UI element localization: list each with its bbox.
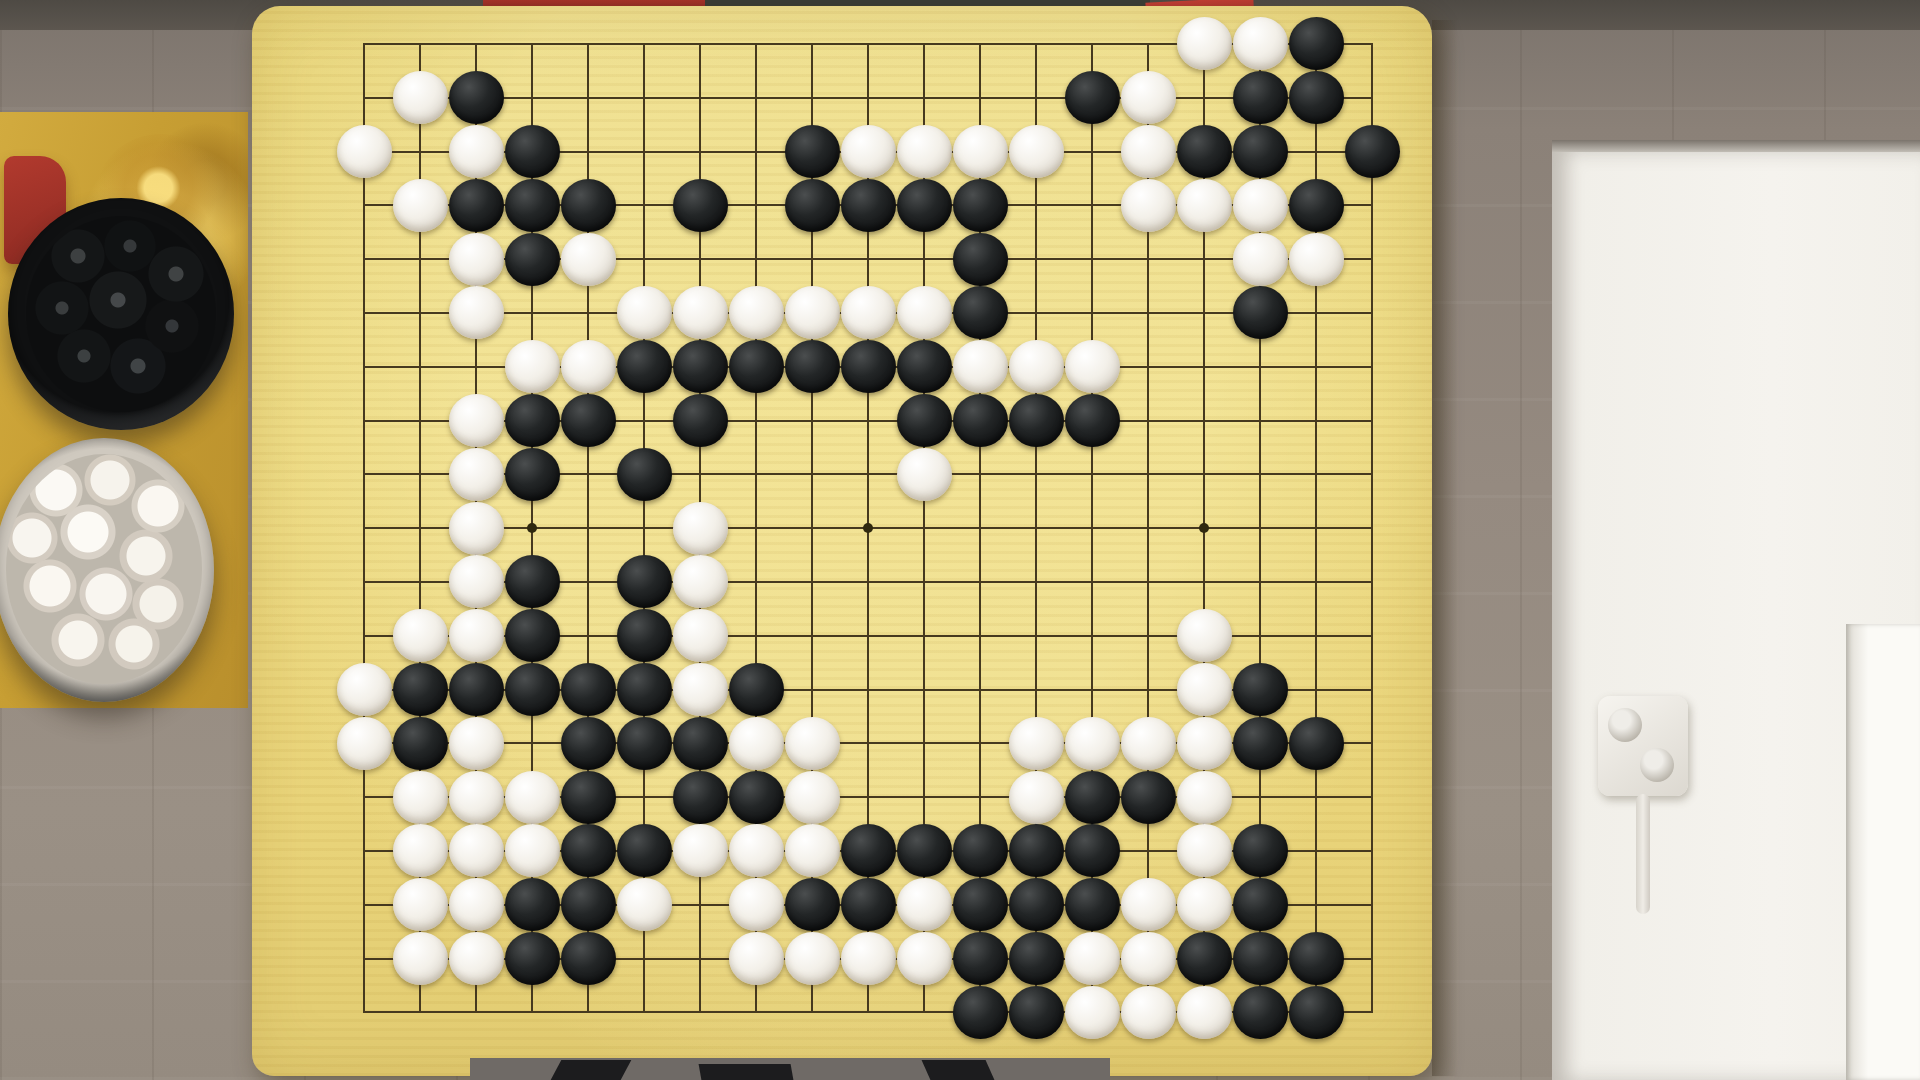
stone-white-O2 (1065, 932, 1120, 985)
stone-white-O6 (1065, 717, 1120, 770)
stone-white-K14 (841, 286, 896, 339)
table-leg (699, 1064, 794, 1080)
stone-white-F3 (617, 878, 672, 931)
stone-black-L13 (897, 340, 952, 393)
stone-white-D13 (505, 340, 560, 393)
stone-white-H4 (729, 824, 784, 877)
stone-black-N4 (1009, 824, 1064, 877)
stone-white-C10 (449, 502, 504, 555)
stone-black-O18 (1065, 71, 1120, 124)
stone-black-M4 (953, 824, 1008, 877)
stone-white-A7 (337, 663, 392, 716)
outlet-socket-icon (1640, 748, 1674, 782)
stone-white-J5 (785, 771, 840, 824)
stone-white-C6 (449, 717, 504, 770)
stone-black-F6 (617, 717, 672, 770)
stone-white-A17 (337, 125, 392, 178)
stone-black-D11 (505, 448, 560, 501)
stone-black-D9 (505, 555, 560, 608)
stone-black-G13 (673, 340, 728, 393)
stone-white-F14 (617, 286, 672, 339)
stone-white-J2 (785, 932, 840, 985)
stone-white-L14 (897, 286, 952, 339)
stone-white-B16 (393, 179, 448, 232)
stone-black-R1 (1233, 986, 1288, 1039)
outlet-socket-icon (1608, 708, 1642, 742)
stone-black-O12 (1065, 394, 1120, 447)
stone-black-M15 (953, 233, 1008, 286)
stone-black-F4 (617, 824, 672, 877)
stone-black-H13 (729, 340, 784, 393)
stone-black-E5 (561, 771, 616, 824)
stone-black-M14 (953, 286, 1008, 339)
stone-black-E16 (561, 179, 616, 232)
stone-white-C3 (449, 878, 504, 931)
stone-white-B4 (393, 824, 448, 877)
stone-white-G7 (673, 663, 728, 716)
stone-white-O13 (1065, 340, 1120, 393)
table-leg (551, 1060, 632, 1080)
stone-black-F9 (617, 555, 672, 608)
stone-white-J6 (785, 717, 840, 770)
stone-black-E7 (561, 663, 616, 716)
stone-white-C17 (449, 125, 504, 178)
stone-white-C15 (449, 233, 504, 286)
outlet-cable (1636, 794, 1650, 914)
stone-black-J13 (785, 340, 840, 393)
stone-white-C14 (449, 286, 504, 339)
stone-white-P2 (1121, 932, 1176, 985)
stone-white-K2 (841, 932, 896, 985)
stone-white-C4 (449, 824, 504, 877)
stone-white-E13 (561, 340, 616, 393)
stone-white-S15 (1289, 233, 1344, 286)
stone-black-R14 (1233, 286, 1288, 339)
stone-black-N12 (1009, 394, 1064, 447)
stone-white-B2 (393, 932, 448, 985)
stone-white-P6 (1121, 717, 1176, 770)
stone-black-E2 (561, 932, 616, 985)
stone-white-Q5 (1177, 771, 1232, 824)
stone-white-B18 (393, 71, 448, 124)
stone-black-L12 (897, 394, 952, 447)
stone-black-E4 (561, 824, 616, 877)
stone-white-Q19 (1177, 17, 1232, 70)
stone-black-N3 (1009, 878, 1064, 931)
stone-white-C11 (449, 448, 504, 501)
stone-white-O1 (1065, 986, 1120, 1039)
goban (252, 6, 1432, 1076)
stone-white-N13 (1009, 340, 1064, 393)
stone-black-Q17 (1177, 125, 1232, 178)
stone-white-H6 (729, 717, 784, 770)
stone-white-P16 (1121, 179, 1176, 232)
stone-black-K16 (841, 179, 896, 232)
stone-white-L2 (897, 932, 952, 985)
stone-white-P1 (1121, 986, 1176, 1039)
stone-white-C5 (449, 771, 504, 824)
table-leg (922, 1060, 995, 1080)
stone-black-F7 (617, 663, 672, 716)
stone-white-Q7 (1177, 663, 1232, 716)
stone-white-Q6 (1177, 717, 1232, 770)
stone-black-S2 (1289, 932, 1344, 985)
stone-white-Q3 (1177, 878, 1232, 931)
stone-black-K3 (841, 878, 896, 931)
stone-white-N17 (1009, 125, 1064, 178)
stone-black-Q2 (1177, 932, 1232, 985)
stone-black-D3 (505, 878, 560, 931)
stone-black-S6 (1289, 717, 1344, 770)
stone-black-J3 (785, 878, 840, 931)
stone-black-M16 (953, 179, 1008, 232)
stone-white-Q16 (1177, 179, 1232, 232)
stone-black-F13 (617, 340, 672, 393)
stone-black-D15 (505, 233, 560, 286)
stone-white-N5 (1009, 771, 1064, 824)
white-stones-pile (6, 454, 202, 684)
stone-white-G14 (673, 286, 728, 339)
power-outlet (1598, 696, 1688, 796)
stone-white-G8 (673, 609, 728, 662)
stone-black-E6 (561, 717, 616, 770)
stone-white-G9 (673, 555, 728, 608)
stone-white-K17 (841, 125, 896, 178)
stone-black-D17 (505, 125, 560, 178)
stone-white-H14 (729, 286, 784, 339)
stone-white-N6 (1009, 717, 1064, 770)
stone-black-G16 (673, 179, 728, 232)
stone-black-M12 (953, 394, 1008, 447)
stone-white-J14 (785, 286, 840, 339)
stone-black-R4 (1233, 824, 1288, 877)
stone-black-L4 (897, 824, 952, 877)
stone-black-O3 (1065, 878, 1120, 931)
stone-black-T17 (1345, 125, 1400, 178)
stone-black-P5 (1121, 771, 1176, 824)
black-stones-pile (26, 216, 216, 412)
stone-black-S1 (1289, 986, 1344, 1039)
stone-black-H5 (729, 771, 784, 824)
door-frame-panel (1846, 624, 1920, 1080)
stone-white-C12 (449, 394, 504, 447)
stone-black-R17 (1233, 125, 1288, 178)
photo-scene (0, 0, 1920, 1080)
stone-white-A6 (337, 717, 392, 770)
stone-white-B5 (393, 771, 448, 824)
stone-black-M2 (953, 932, 1008, 985)
stone-black-N1 (1009, 986, 1064, 1039)
stone-black-O5 (1065, 771, 1120, 824)
stone-black-G6 (673, 717, 728, 770)
stone-white-L11 (897, 448, 952, 501)
stone-white-Q1 (1177, 986, 1232, 1039)
stone-white-Q4 (1177, 824, 1232, 877)
stone-white-B3 (393, 878, 448, 931)
stone-white-E15 (561, 233, 616, 286)
stone-white-L3 (897, 878, 952, 931)
stone-black-R18 (1233, 71, 1288, 124)
stone-black-R3 (1233, 878, 1288, 931)
stone-black-D12 (505, 394, 560, 447)
stone-black-R7 (1233, 663, 1288, 716)
stone-white-D5 (505, 771, 560, 824)
stone-black-S19 (1289, 17, 1344, 70)
stone-white-C2 (449, 932, 504, 985)
stone-black-K4 (841, 824, 896, 877)
bowl-of-black-stones (8, 198, 234, 430)
stone-black-K13 (841, 340, 896, 393)
stone-black-N2 (1009, 932, 1064, 985)
stone-white-G10 (673, 502, 728, 555)
stone-black-C18 (449, 71, 504, 124)
stone-white-C9 (449, 555, 504, 608)
stone-black-D2 (505, 932, 560, 985)
stone-black-E12 (561, 394, 616, 447)
stone-black-S18 (1289, 71, 1344, 124)
stone-white-G4 (673, 824, 728, 877)
bowl-of-white-stones (0, 438, 214, 702)
stone-black-M1 (953, 986, 1008, 1039)
stone-black-C7 (449, 663, 504, 716)
stone-white-Q8 (1177, 609, 1232, 662)
stone-black-S16 (1289, 179, 1344, 232)
stone-black-L16 (897, 179, 952, 232)
stone-white-M13 (953, 340, 1008, 393)
stone-white-M17 (953, 125, 1008, 178)
stone-black-M3 (953, 878, 1008, 931)
stone-black-B7 (393, 663, 448, 716)
stone-white-P17 (1121, 125, 1176, 178)
stone-black-F11 (617, 448, 672, 501)
goban-grid (336, 17, 1400, 1039)
stone-black-B6 (393, 717, 448, 770)
stone-black-C16 (449, 179, 504, 232)
stone-black-J17 (785, 125, 840, 178)
stone-white-C8 (449, 609, 504, 662)
stone-white-J4 (785, 824, 840, 877)
stone-white-R15 (1233, 233, 1288, 286)
stone-white-B8 (393, 609, 448, 662)
stone-black-H7 (729, 663, 784, 716)
stone-white-P3 (1121, 878, 1176, 931)
stone-black-R6 (1233, 717, 1288, 770)
stone-white-R19 (1233, 17, 1288, 70)
stone-black-G12 (673, 394, 728, 447)
stone-white-H3 (729, 878, 784, 931)
stone-black-D16 (505, 179, 560, 232)
board-shadow (1432, 20, 1458, 1076)
stone-black-G5 (673, 771, 728, 824)
stone-white-R16 (1233, 179, 1288, 232)
stone-black-D8 (505, 609, 560, 662)
stone-black-F8 (617, 609, 672, 662)
stone-black-R2 (1233, 932, 1288, 985)
stone-black-D7 (505, 663, 560, 716)
stone-white-H2 (729, 932, 784, 985)
stone-white-P18 (1121, 71, 1176, 124)
stone-black-E3 (561, 878, 616, 931)
stone-black-O4 (1065, 824, 1120, 877)
stone-black-J16 (785, 179, 840, 232)
stone-white-D4 (505, 824, 560, 877)
stone-white-L17 (897, 125, 952, 178)
